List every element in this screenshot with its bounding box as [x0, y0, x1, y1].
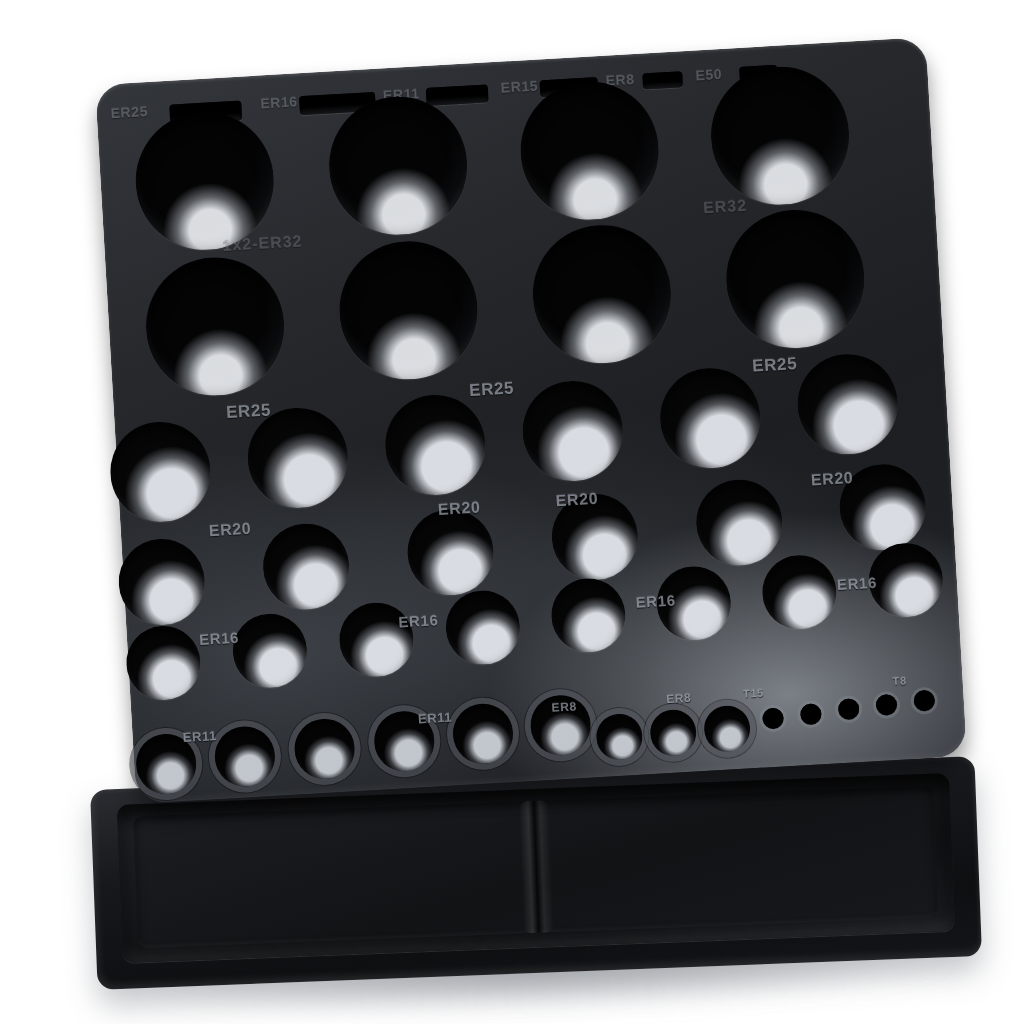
collet-hole-er25 — [657, 365, 763, 471]
collet-hole-er8 — [649, 709, 698, 758]
collet-hole-er16 — [549, 576, 627, 654]
collet-hole-er16 — [760, 553, 838, 631]
collet-hole-er32 — [707, 63, 853, 209]
collet-hole-er20 — [261, 521, 352, 612]
collet-hole-er32 — [517, 78, 663, 224]
collet-hole-er25 — [520, 378, 626, 484]
size-label: ER20 — [810, 470, 853, 488]
collet-hole-t — [875, 693, 897, 715]
collet-rack: ER25ER16ER11ER15ER8E50 1x2-ER32ER32ER25E… — [95, 37, 967, 804]
collet-hole-er20 — [116, 537, 207, 628]
slot-label: ER16 — [260, 94, 298, 110]
slot-label: ER25 — [110, 104, 148, 120]
collet-hole-er16 — [867, 541, 945, 619]
size-label: ER11 — [418, 710, 453, 725]
collet-hole-er16 — [124, 624, 202, 702]
size-label: ER16 — [635, 592, 676, 609]
collet-hole-er11 — [293, 717, 356, 780]
size-label: ER20 — [208, 521, 251, 539]
collet-hole-er25 — [382, 392, 488, 498]
size-label: T15 — [743, 688, 764, 700]
collet-hole-er16 — [231, 612, 309, 690]
collet-hole-er11 — [451, 702, 514, 765]
collet-hole-er32 — [142, 254, 288, 400]
collet-hole-t — [913, 689, 935, 711]
collet-hole-er32 — [529, 221, 675, 367]
drawer-recess — [117, 773, 955, 963]
collet-hole-er25 — [795, 351, 901, 457]
size-label: T8 — [892, 675, 907, 687]
size-label: ER25 — [226, 401, 272, 421]
size-label: ER8 — [551, 700, 577, 713]
collet-hole-er25 — [245, 405, 351, 511]
slot-label: ER15 — [500, 79, 538, 95]
collet-hole-er25 — [108, 419, 214, 525]
size-label: ER20 — [555, 491, 598, 509]
size-label: ER16 — [398, 612, 439, 629]
size-label: ER20 — [438, 500, 481, 518]
slot-label: E50 — [695, 67, 722, 83]
size-label: ER11 — [182, 729, 217, 744]
product-photo: ER25ER16ER11ER15ER8E50 1x2-ER32ER32ER25E… — [0, 0, 1024, 1024]
collet-hole-er11 — [213, 725, 276, 788]
collet-hole-er20 — [405, 507, 496, 598]
collet-hole-er16 — [444, 589, 522, 667]
size-label: ER16 — [837, 575, 878, 592]
collet-hole-t — [761, 707, 783, 729]
collet-hole-er8 — [703, 704, 752, 753]
size-label: ER8 — [666, 692, 692, 705]
collet-hole-er32 — [132, 108, 278, 254]
collet-hole-er32 — [722, 206, 868, 352]
collet-hole-er32 — [325, 93, 471, 239]
mould-engraving: ER32 — [703, 198, 748, 217]
size-label: ER25 — [752, 355, 798, 375]
collet-hole-er20 — [694, 477, 785, 568]
collet-hole-er8 — [595, 713, 644, 762]
collet-holes — [95, 37, 926, 85]
size-label: ER25 — [469, 379, 515, 399]
wrench-slot — [642, 71, 683, 89]
collet-hole-t — [837, 698, 859, 720]
wrench-slot — [426, 84, 489, 106]
size-label: ER16 — [199, 630, 240, 647]
mould-engraving: 1x2-ER32 — [222, 233, 303, 254]
drawer-divider — [518, 800, 553, 933]
collet-hole-er32 — [336, 237, 482, 383]
collet-hole-t — [799, 703, 821, 725]
drawer-floor — [133, 786, 938, 949]
